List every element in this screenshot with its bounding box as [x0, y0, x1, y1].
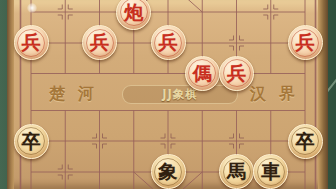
piece-black-horse[interactable]: 馬: [219, 154, 254, 189]
piece-glyph: 象: [159, 162, 178, 181]
piece-glyph: 兵: [159, 33, 178, 52]
piece-glyph: 炮: [124, 2, 143, 21]
piece-glyph: 兵: [227, 63, 246, 82]
piece-red-soldier[interactable]: 兵: [219, 56, 254, 91]
piece-glyph: 卒: [296, 131, 315, 150]
piece-black-soldier[interactable]: 卒: [14, 124, 49, 159]
piece-red-soldier[interactable]: 兵: [288, 25, 323, 60]
piece-red-soldier[interactable]: 兵: [151, 25, 186, 60]
piece-red-cannon[interactable]: 炮: [116, 0, 151, 30]
piece-red-soldier[interactable]: 兵: [14, 25, 49, 60]
piece-glyph: 兵: [22, 33, 41, 52]
piece-glyph: 車: [261, 162, 280, 181]
board-piece-grid[interactable]: 炮兵兵兵兵傌兵卒卒象馬車: [14, 0, 322, 189]
app-screen: 楚河 汉界 JJ象棋 炮兵兵兵兵傌兵卒卒象馬車: [0, 0, 336, 189]
piece-black-soldier[interactable]: 卒: [288, 124, 323, 159]
piece-glyph: 馬: [227, 162, 246, 181]
piece-red-soldier[interactable]: 兵: [82, 25, 117, 60]
piece-red-horse[interactable]: 傌: [185, 56, 220, 91]
piece-glyph: 兵: [90, 33, 109, 52]
piece-glyph: 兵: [296, 33, 315, 52]
piece-black-elephant[interactable]: 象: [151, 154, 186, 189]
piece-glyph: 傌: [193, 63, 212, 82]
piece-glyph: 卒: [22, 131, 41, 150]
piece-black-chariot[interactable]: 車: [253, 154, 288, 189]
